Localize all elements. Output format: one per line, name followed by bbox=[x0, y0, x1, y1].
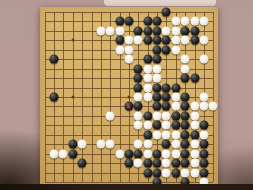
board-intersection bbox=[40, 35, 49, 44]
go-stone-black bbox=[153, 159, 162, 168]
board-intersection bbox=[199, 35, 208, 44]
board-intersection bbox=[134, 168, 143, 177]
board-intersection bbox=[40, 111, 49, 120]
board-intersection bbox=[115, 121, 124, 130]
go-stone-white bbox=[96, 140, 105, 149]
board-intersection bbox=[152, 168, 161, 177]
board-intersection bbox=[96, 121, 105, 130]
board-intersection bbox=[152, 83, 161, 92]
go-stone-black bbox=[190, 36, 199, 45]
board-intersection bbox=[77, 102, 86, 111]
go-stone-black bbox=[68, 140, 77, 149]
go-stone-black bbox=[115, 17, 124, 26]
board-intersection bbox=[68, 149, 77, 158]
board-intersection bbox=[49, 111, 58, 120]
board-intersection bbox=[40, 7, 49, 16]
board-intersection bbox=[171, 16, 180, 25]
board-intersection bbox=[106, 26, 115, 35]
board-intersection bbox=[77, 26, 86, 35]
go-stone-black bbox=[153, 26, 162, 35]
board-intersection bbox=[143, 35, 152, 44]
go-stone-black bbox=[153, 168, 162, 177]
go-stone-white bbox=[181, 64, 190, 73]
board-intersection bbox=[96, 16, 105, 25]
go-stone-black bbox=[190, 130, 199, 139]
board-intersection bbox=[209, 83, 218, 92]
board-intersection bbox=[171, 121, 180, 130]
go-stone-black bbox=[199, 140, 208, 149]
board-intersection bbox=[124, 140, 133, 149]
go-stone-white bbox=[115, 26, 124, 35]
board-intersection bbox=[77, 7, 86, 16]
board-intersection bbox=[190, 73, 199, 82]
board-intersection bbox=[87, 102, 96, 111]
board-intersection bbox=[115, 130, 124, 139]
go-stone-black bbox=[153, 83, 162, 92]
board-intersection bbox=[49, 64, 58, 73]
go-stone-white bbox=[199, 55, 208, 64]
go-stone-black bbox=[153, 55, 162, 64]
go-stone-white bbox=[171, 130, 180, 139]
board-intersection bbox=[40, 45, 49, 54]
go-stone-black bbox=[153, 45, 162, 54]
board-intersection bbox=[40, 102, 49, 111]
go-stone-white bbox=[153, 64, 162, 73]
board-intersection bbox=[209, 54, 218, 63]
board-intersection bbox=[68, 168, 77, 177]
board-intersection bbox=[115, 26, 124, 35]
go-stone-white bbox=[106, 111, 115, 120]
go-stone-black bbox=[143, 36, 152, 45]
board-intersection bbox=[106, 54, 115, 63]
board-intersection bbox=[162, 149, 171, 158]
board-intersection bbox=[96, 26, 105, 35]
board-intersection bbox=[171, 35, 180, 44]
go-stone-black bbox=[181, 121, 190, 130]
board-intersection bbox=[115, 73, 124, 82]
go-stone-white bbox=[171, 36, 180, 45]
board-intersection bbox=[209, 35, 218, 44]
board-intersection bbox=[49, 121, 58, 130]
board-intersection bbox=[77, 64, 86, 73]
board-intersection bbox=[152, 26, 161, 35]
board-intersection bbox=[134, 45, 143, 54]
board-intersection bbox=[181, 83, 190, 92]
board-intersection bbox=[143, 64, 152, 73]
go-stone-black bbox=[199, 159, 208, 168]
board-intersection bbox=[124, 159, 133, 168]
go-stone-black bbox=[50, 92, 59, 101]
board-intersection bbox=[115, 16, 124, 25]
go-stone-black bbox=[78, 159, 87, 168]
board-intersection bbox=[181, 64, 190, 73]
go-stone-black bbox=[143, 130, 152, 139]
go-stone-black bbox=[190, 26, 199, 35]
board-intersection bbox=[68, 64, 77, 73]
board-intersection bbox=[171, 64, 180, 73]
board-intersection bbox=[134, 16, 143, 25]
board-intersection bbox=[143, 140, 152, 149]
go-stone-white bbox=[106, 140, 115, 149]
board-intersection bbox=[106, 92, 115, 101]
board-intersection bbox=[181, 149, 190, 158]
board-intersection bbox=[115, 140, 124, 149]
go-stone-black bbox=[190, 74, 199, 83]
board-intersection bbox=[181, 92, 190, 101]
board-intersection bbox=[87, 35, 96, 44]
board-intersection bbox=[152, 35, 161, 44]
board-intersection bbox=[106, 7, 115, 16]
board-intersection bbox=[106, 111, 115, 120]
board-intersection bbox=[199, 140, 208, 149]
go-stone-white bbox=[190, 168, 199, 177]
board-intersection bbox=[87, 83, 96, 92]
board-intersection bbox=[77, 73, 86, 82]
board-intersection bbox=[49, 130, 58, 139]
go-stone-black bbox=[124, 17, 133, 26]
board-intersection bbox=[152, 7, 161, 16]
go-stone-black bbox=[134, 102, 143, 111]
board-intersection bbox=[152, 121, 161, 130]
board-intersection bbox=[181, 35, 190, 44]
board-intersection bbox=[40, 16, 49, 25]
board-intersection bbox=[96, 92, 105, 101]
board-intersection bbox=[152, 64, 161, 73]
board-intersection bbox=[190, 64, 199, 73]
go-stone-black bbox=[134, 26, 143, 35]
board-intersection bbox=[115, 45, 124, 54]
board-intersection bbox=[124, 73, 133, 82]
board-intersection bbox=[68, 73, 77, 82]
board-intersection bbox=[68, 83, 77, 92]
board-intersection bbox=[40, 159, 49, 168]
board-intersection bbox=[181, 16, 190, 25]
board-intersection bbox=[49, 54, 58, 63]
photo-background bbox=[0, 0, 253, 190]
go-stone-white bbox=[134, 121, 143, 130]
board-intersection bbox=[59, 149, 68, 158]
go-stone-black bbox=[68, 149, 77, 158]
board-intersection bbox=[59, 54, 68, 63]
board-intersection bbox=[209, 111, 218, 120]
go-stone-white bbox=[143, 64, 152, 73]
board-intersection bbox=[190, 102, 199, 111]
go-stone-white bbox=[199, 92, 208, 101]
board-intersection bbox=[152, 149, 161, 158]
go-stone-white bbox=[190, 121, 199, 130]
go-stone-black bbox=[162, 45, 171, 54]
board-intersection bbox=[106, 140, 115, 149]
board-intersection bbox=[152, 111, 161, 120]
go-stone-black bbox=[181, 92, 190, 101]
board-intersection bbox=[152, 130, 161, 139]
go-stone-black bbox=[115, 36, 124, 45]
board-intersection bbox=[209, 168, 218, 177]
board-intersection bbox=[115, 7, 124, 16]
board-intersection bbox=[96, 159, 105, 168]
go-stone-black bbox=[199, 168, 208, 177]
go-stone-white bbox=[153, 74, 162, 83]
board-intersection bbox=[68, 159, 77, 168]
board-intersection bbox=[134, 121, 143, 130]
board-intersection bbox=[68, 130, 77, 139]
board-intersection bbox=[124, 149, 133, 158]
board-intersection bbox=[49, 73, 58, 82]
board-intersection bbox=[106, 16, 115, 25]
board-intersection bbox=[68, 92, 77, 101]
board-intersection bbox=[49, 83, 58, 92]
board-intersection bbox=[162, 35, 171, 44]
go-stone-black bbox=[181, 159, 190, 168]
board-intersection bbox=[190, 149, 199, 158]
go-stone-black bbox=[50, 55, 59, 64]
go-stone-white bbox=[162, 111, 171, 120]
board-intersection bbox=[115, 83, 124, 92]
go-stone-white bbox=[199, 102, 208, 111]
board-intersection bbox=[59, 121, 68, 130]
go-stone-black bbox=[162, 83, 171, 92]
board-intersection bbox=[106, 35, 115, 44]
board-intersection bbox=[199, 121, 208, 130]
go-stone-white bbox=[124, 55, 133, 64]
board-intersection bbox=[87, 149, 96, 158]
go-stone-white bbox=[190, 159, 199, 168]
board-intersection bbox=[68, 7, 77, 16]
board-intersection bbox=[134, 7, 143, 16]
board-intersection bbox=[162, 64, 171, 73]
board-intersection bbox=[124, 54, 133, 63]
board-intersection bbox=[181, 102, 190, 111]
go-stone-white bbox=[181, 36, 190, 45]
board-intersection bbox=[181, 121, 190, 130]
board-intersection bbox=[115, 64, 124, 73]
board-intersection bbox=[49, 7, 58, 16]
board-intersection bbox=[77, 45, 86, 54]
board-intersection bbox=[209, 159, 218, 168]
board-intersection bbox=[40, 54, 49, 63]
last-move-marker-icon bbox=[127, 104, 131, 108]
go-stone-black bbox=[171, 168, 180, 177]
board-intersection bbox=[87, 140, 96, 149]
board-intersection bbox=[96, 111, 105, 120]
board-intersection bbox=[96, 7, 105, 16]
board-intersection bbox=[124, 111, 133, 120]
go-stone-white bbox=[143, 83, 152, 92]
board-intersection bbox=[96, 35, 105, 44]
go-stone-black bbox=[162, 92, 171, 101]
board-intersection bbox=[143, 26, 152, 35]
board-intersection bbox=[143, 92, 152, 101]
board-intersection bbox=[162, 45, 171, 54]
board-intersection bbox=[181, 7, 190, 16]
board-intersection bbox=[190, 45, 199, 54]
board-intersection bbox=[124, 35, 133, 44]
board-intersection bbox=[115, 92, 124, 101]
go-stone-black bbox=[181, 149, 190, 158]
board-intersection bbox=[59, 16, 68, 25]
board-intersection bbox=[59, 83, 68, 92]
board-intersection bbox=[162, 83, 171, 92]
go-stone-black bbox=[134, 74, 143, 83]
board-intersection bbox=[106, 83, 115, 92]
board-intersection bbox=[143, 45, 152, 54]
board-intersection bbox=[68, 111, 77, 120]
board-intersection bbox=[124, 7, 133, 16]
board-intersection bbox=[199, 130, 208, 139]
board-intersection bbox=[68, 26, 77, 35]
board-intersection bbox=[124, 130, 133, 139]
board-intersection bbox=[106, 45, 115, 54]
board-intersection bbox=[106, 159, 115, 168]
board-intersection bbox=[181, 130, 190, 139]
go-stone-white bbox=[134, 36, 143, 45]
board-intersection bbox=[40, 140, 49, 149]
board-intersection bbox=[59, 102, 68, 111]
go-stone-black bbox=[199, 121, 208, 130]
board-intersection bbox=[143, 83, 152, 92]
board-intersection bbox=[209, 92, 218, 101]
go-stone-white bbox=[134, 140, 143, 149]
board-intersection bbox=[162, 168, 171, 177]
go-stone-white bbox=[171, 26, 180, 35]
go-stone-white bbox=[181, 168, 190, 177]
board-intersection bbox=[124, 92, 133, 101]
board-intersection bbox=[162, 102, 171, 111]
go-stone-black bbox=[153, 36, 162, 45]
board-intersection bbox=[190, 35, 199, 44]
board-intersection bbox=[181, 140, 190, 149]
board-intersection bbox=[152, 73, 161, 82]
board-intersection bbox=[199, 83, 208, 92]
board-intersection bbox=[199, 54, 208, 63]
go-stone-black bbox=[181, 74, 190, 83]
board-intersection bbox=[87, 16, 96, 25]
board-intersection bbox=[77, 140, 86, 149]
board-intersection bbox=[190, 130, 199, 139]
board-intersection bbox=[209, 73, 218, 82]
board-intersection bbox=[190, 54, 199, 63]
board-intersection bbox=[96, 168, 105, 177]
board-intersection bbox=[134, 83, 143, 92]
board-intersection bbox=[143, 7, 152, 16]
board-intersection bbox=[87, 130, 96, 139]
board-intersection bbox=[171, 102, 180, 111]
board-intersection bbox=[171, 111, 180, 120]
board-intersection bbox=[49, 102, 58, 111]
board-intersection bbox=[49, 26, 58, 35]
board-intersection bbox=[181, 26, 190, 35]
go-stone-black bbox=[143, 55, 152, 64]
board-intersection bbox=[87, 92, 96, 101]
go-stone-white bbox=[171, 149, 180, 158]
board-intersection bbox=[59, 111, 68, 120]
board-intersection bbox=[143, 149, 152, 158]
board-intersection bbox=[134, 35, 143, 44]
board-intersection bbox=[87, 54, 96, 63]
board-intersection bbox=[49, 149, 58, 158]
board-intersection bbox=[77, 130, 86, 139]
board-intersection bbox=[96, 149, 105, 158]
go-stone-white bbox=[190, 140, 199, 149]
board-intersection bbox=[77, 35, 86, 44]
board-intersection bbox=[124, 45, 133, 54]
go-stone-black bbox=[134, 149, 143, 158]
board-intersection bbox=[181, 54, 190, 63]
board-intersection bbox=[106, 130, 115, 139]
board-intersection bbox=[59, 7, 68, 16]
go-stone-white bbox=[143, 74, 152, 83]
board-intersection bbox=[77, 121, 86, 130]
board-intersection bbox=[59, 92, 68, 101]
go-stone-white bbox=[190, 149, 199, 158]
go-stone-white bbox=[162, 121, 171, 130]
board-intersection bbox=[181, 168, 190, 177]
board-intersection bbox=[68, 140, 77, 149]
board-intersection bbox=[115, 149, 124, 158]
go-stone-black bbox=[153, 17, 162, 26]
board-intersection bbox=[143, 54, 152, 63]
go-stone-black bbox=[162, 102, 171, 111]
board-intersection bbox=[106, 64, 115, 73]
board-intersection bbox=[77, 149, 86, 158]
board-intersection bbox=[49, 168, 58, 177]
board-intersection bbox=[106, 149, 115, 158]
board-intersection bbox=[87, 121, 96, 130]
board-intersection bbox=[124, 102, 133, 111]
go-stone-black bbox=[153, 92, 162, 101]
board-intersection bbox=[134, 26, 143, 35]
board-intersection bbox=[59, 45, 68, 54]
board-intersection bbox=[209, 121, 218, 130]
go-stone-white bbox=[199, 36, 208, 45]
board-intersection bbox=[49, 16, 58, 25]
go-stone-black bbox=[153, 102, 162, 111]
board-intersection bbox=[152, 159, 161, 168]
board-intersection bbox=[171, 73, 180, 82]
go-stone-white bbox=[134, 159, 143, 168]
board-intersection bbox=[143, 16, 152, 25]
board-intersection bbox=[209, 140, 218, 149]
go-stone-white bbox=[171, 102, 180, 111]
board-intersection bbox=[40, 130, 49, 139]
board-intersection bbox=[162, 26, 171, 35]
board-intersection bbox=[152, 54, 161, 63]
board-intersection bbox=[162, 92, 171, 101]
board-intersection bbox=[209, 102, 218, 111]
board-intersection bbox=[77, 168, 86, 177]
board-intersection bbox=[59, 35, 68, 44]
board-intersection bbox=[49, 159, 58, 168]
go-stone-white bbox=[209, 102, 218, 111]
board-intersection bbox=[199, 16, 208, 25]
board-intersection bbox=[209, 26, 218, 35]
board-intersection bbox=[96, 140, 105, 149]
board-intersection bbox=[181, 111, 190, 120]
go-stone-black bbox=[181, 102, 190, 111]
board-intersection bbox=[115, 35, 124, 44]
board-intersection bbox=[143, 73, 152, 82]
board-intersection bbox=[143, 159, 152, 168]
board-intersection bbox=[209, 130, 218, 139]
board-intersection bbox=[171, 130, 180, 139]
board-intersection bbox=[190, 111, 199, 120]
board-intersection bbox=[199, 111, 208, 120]
go-stone-white bbox=[171, 140, 180, 149]
board-intersection bbox=[96, 73, 105, 82]
board-intersection bbox=[124, 168, 133, 177]
go-stone-black bbox=[181, 130, 190, 139]
go-stone-black bbox=[171, 111, 180, 120]
